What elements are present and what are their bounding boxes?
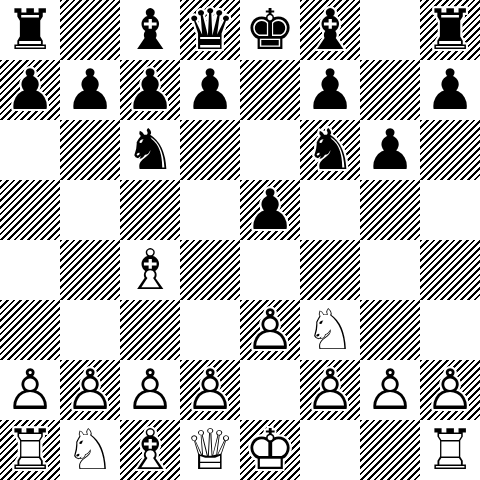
square-h4[interactable] [420,240,480,300]
piece-halo: ♝ [120,420,180,480]
black-pawn-e5: ♟ [240,180,300,240]
square-f3[interactable]: ♞♘ [300,300,360,360]
square-h2[interactable]: ♟♙ [420,360,480,420]
white-pawn-e3: ♙ [240,300,300,360]
square-d6[interactable] [180,120,240,180]
square-h6[interactable] [420,120,480,180]
square-a6[interactable] [0,120,60,180]
square-f4[interactable] [300,240,360,300]
black-pawn-g6: ♟ [360,120,420,180]
square-c8[interactable]: ♝♝ [120,0,180,60]
square-h1[interactable]: ♜♖ [420,420,480,480]
square-d8[interactable]: ♛♛ [180,0,240,60]
white-pawn-b2: ♙ [60,360,120,420]
piece-halo: ♟ [0,360,60,420]
square-b3[interactable] [60,300,120,360]
square-c6[interactable]: ♞♞ [120,120,180,180]
piece-halo: ♜ [0,420,60,480]
black-bishop-f8: ♝ [300,0,360,60]
piece-halo: ♜ [420,420,480,480]
black-knight-c6: ♞ [120,120,180,180]
square-d5[interactable] [180,180,240,240]
square-d7[interactable]: ♟♟ [180,60,240,120]
black-pawn-h7: ♟ [420,60,480,120]
square-d3[interactable] [180,300,240,360]
square-b8[interactable] [60,0,120,60]
piece-halo: ♟ [420,60,480,120]
square-e1[interactable]: ♚♔ [240,420,300,480]
square-d2[interactable]: ♟♙ [180,360,240,420]
square-f1[interactable] [300,420,360,480]
square-a7[interactable]: ♟♟ [0,60,60,120]
black-knight-f6: ♞ [300,120,360,180]
piece-halo: ♞ [60,420,120,480]
black-rook-a8: ♜ [0,0,60,60]
square-b6[interactable] [60,120,120,180]
square-g7[interactable] [360,60,420,120]
black-pawn-d7: ♟ [180,60,240,120]
square-c3[interactable] [120,300,180,360]
square-a1[interactable]: ♜♖ [0,420,60,480]
piece-halo: ♟ [360,120,420,180]
square-f8[interactable]: ♝♝ [300,0,360,60]
square-a3[interactable] [0,300,60,360]
square-g1[interactable] [360,420,420,480]
piece-halo: ♟ [180,360,240,420]
square-c4[interactable]: ♝♗ [120,240,180,300]
square-d4[interactable] [180,240,240,300]
white-rook-h1: ♖ [420,420,480,480]
black-king-e8: ♚ [240,0,300,60]
white-bishop-c4: ♗ [120,240,180,300]
piece-halo: ♟ [60,60,120,120]
square-f7[interactable]: ♟♟ [300,60,360,120]
chess-board: ♜♜♝♝♛♛♚♚♝♝♜♜♟♟♟♟♟♟♟♟♟♟♟♟♞♞♞♞♟♟♟♟♝♗♟♙♞♘♟♙… [0,0,480,480]
piece-halo: ♝ [300,0,360,60]
black-pawn-f7: ♟ [300,60,360,120]
square-h7[interactable]: ♟♟ [420,60,480,120]
square-g5[interactable] [360,180,420,240]
square-b5[interactable] [60,180,120,240]
piece-halo: ♛ [180,0,240,60]
black-bishop-c8: ♝ [120,0,180,60]
square-f6[interactable]: ♞♞ [300,120,360,180]
square-g8[interactable] [360,0,420,60]
square-c1[interactable]: ♝♗ [120,420,180,480]
square-e4[interactable] [240,240,300,300]
white-queen-d1: ♕ [180,420,240,480]
black-pawn-b7: ♟ [60,60,120,120]
piece-halo: ♞ [300,300,360,360]
piece-halo: ♞ [120,120,180,180]
square-g2[interactable]: ♟♙ [360,360,420,420]
white-rook-a1: ♖ [0,420,60,480]
piece-halo: ♟ [420,360,480,420]
piece-halo: ♛ [180,420,240,480]
square-e7[interactable] [240,60,300,120]
piece-halo: ♞ [300,120,360,180]
white-pawn-d2: ♙ [180,360,240,420]
square-e3[interactable]: ♟♙ [240,300,300,360]
square-b2[interactable]: ♟♙ [60,360,120,420]
piece-halo: ♚ [240,420,300,480]
black-rook-h8: ♜ [420,0,480,60]
square-c2[interactable]: ♟♙ [120,360,180,420]
square-d1[interactable]: ♛♕ [180,420,240,480]
white-knight-b1: ♘ [60,420,120,480]
square-c7[interactable]: ♟♟ [120,60,180,120]
square-b4[interactable] [60,240,120,300]
square-g6[interactable]: ♟♟ [360,120,420,180]
piece-halo: ♟ [120,360,180,420]
piece-halo: ♟ [120,60,180,120]
square-a5[interactable] [0,180,60,240]
white-pawn-g2: ♙ [360,360,420,420]
white-pawn-f2: ♙ [300,360,360,420]
square-e2[interactable] [240,360,300,420]
piece-halo: ♟ [240,180,300,240]
piece-halo: ♟ [300,60,360,120]
square-g3[interactable] [360,300,420,360]
black-pawn-c7: ♟ [120,60,180,120]
white-king-e1: ♔ [240,420,300,480]
square-h8[interactable]: ♜♜ [420,0,480,60]
square-g4[interactable] [360,240,420,300]
square-f2[interactable]: ♟♙ [300,360,360,420]
square-e6[interactable] [240,120,300,180]
square-h3[interactable] [420,300,480,360]
square-e5[interactable]: ♟♟ [240,180,300,240]
white-pawn-h2: ♙ [420,360,480,420]
piece-halo: ♟ [240,300,300,360]
square-h5[interactable] [420,180,480,240]
piece-halo: ♚ [240,0,300,60]
piece-halo: ♝ [120,240,180,300]
black-queen-d8: ♛ [180,0,240,60]
piece-halo: ♟ [60,360,120,420]
square-c5[interactable] [120,180,180,240]
square-a2[interactable]: ♟♙ [0,360,60,420]
piece-halo: ♟ [300,360,360,420]
piece-halo: ♟ [360,360,420,420]
piece-halo: ♝ [120,0,180,60]
piece-halo: ♜ [0,0,60,60]
square-b7[interactable]: ♟♟ [60,60,120,120]
piece-halo: ♟ [180,60,240,120]
white-knight-f3: ♘ [300,300,360,360]
square-a4[interactable] [0,240,60,300]
square-a8[interactable]: ♜♜ [0,0,60,60]
white-bishop-c1: ♗ [120,420,180,480]
piece-halo: ♟ [0,60,60,120]
square-e8[interactable]: ♚♚ [240,0,300,60]
square-b1[interactable]: ♞♘ [60,420,120,480]
white-pawn-c2: ♙ [120,360,180,420]
square-f5[interactable] [300,180,360,240]
white-pawn-a2: ♙ [0,360,60,420]
piece-halo: ♜ [420,0,480,60]
black-pawn-a7: ♟ [0,60,60,120]
